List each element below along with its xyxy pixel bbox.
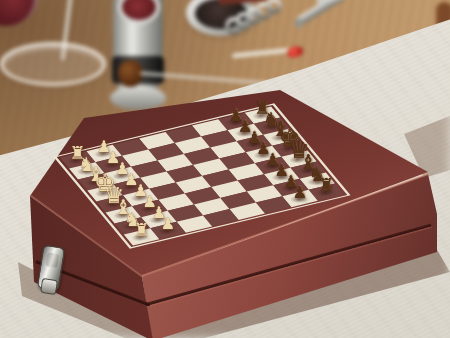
- corkscrew-icon: [218, 0, 368, 54]
- black-rook[interactable]: ♜: [315, 174, 337, 196]
- black-pawn[interactable]: ♟: [289, 182, 311, 204]
- white-rook[interactable]: ♜: [131, 219, 153, 241]
- stopper-base-icon: [110, 86, 166, 110]
- white-pawn[interactable]: ♟: [157, 213, 179, 235]
- glass-foot-icon: [0, 42, 106, 86]
- chess-set-photo: ♜♞♝♛♚♝♞♜♟♟♟♟♟♟♟♟♟♟♟♟♟♟♟♟♜♞♝♛♚♝♞♜: [0, 0, 450, 338]
